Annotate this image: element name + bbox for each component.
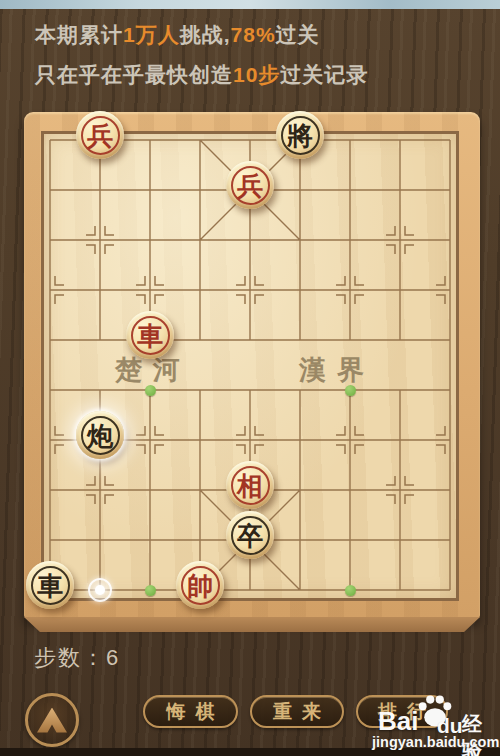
banner-segment: 过关记录 <box>280 63 368 86</box>
piece-red-elephant[interactable]: 相 <box>226 461 274 509</box>
game-screen: 本期累计1万人挑战,78%过关 只在乎在乎最快创造10步过关记录 楚河 漢界 兵… <box>0 0 500 756</box>
piece-character: 將 <box>287 123 313 149</box>
piece-red-general[interactable]: 帥 <box>176 561 224 609</box>
piece-black-chariot[interactable]: 車 <box>26 561 74 609</box>
board-panel-bevel <box>24 617 480 632</box>
piece-character: 車 <box>37 573 63 599</box>
banner-segment: 10步 <box>233 63 280 86</box>
baidu-watermark: Bai du 经验 jingyan.baidu.com <box>370 690 498 752</box>
banner-segment: 本期累计 <box>35 23 123 46</box>
piece-character: 兵 <box>87 123 113 149</box>
piece-character: 相 <box>237 473 263 499</box>
piece-red-chariot[interactable]: 車 <box>126 311 174 359</box>
banner-segment: 1万人 <box>123 23 180 46</box>
restart-button[interactable]: 重来 <box>250 695 344 728</box>
collapse-button[interactable] <box>25 693 79 747</box>
top-edge-strip <box>0 0 500 9</box>
piece-character: 卒 <box>237 523 263 549</box>
piece-character: 帥 <box>187 573 213 599</box>
piece-black-cannon[interactable]: 炮 <box>76 411 124 459</box>
watermark-url: jingyan.baidu.com <box>372 734 499 750</box>
banner-segment: 挑战, <box>180 23 231 46</box>
banner-segment: 过关 <box>276 23 320 46</box>
piece-character: 車 <box>137 323 163 349</box>
piece-black-general[interactable]: 將 <box>276 111 324 159</box>
banner-segment: 只在乎在乎最快创造 <box>35 63 233 86</box>
up-arrow-icon <box>37 708 67 733</box>
piece-red-soldier[interactable]: 兵 <box>226 161 274 209</box>
banner-line-2: 只在乎在乎最快创造10步过关记录 <box>35 61 368 89</box>
undo-button[interactable]: 悔棋 <box>143 695 238 728</box>
piece-character: 兵 <box>237 173 263 199</box>
watermark-bai: Bai <box>378 706 418 737</box>
piece-character: 炮 <box>87 423 113 449</box>
river-label-hanjie: 漢界 <box>292 352 382 388</box>
banner-line-1: 本期累计1万人挑战,78%过关 <box>35 21 320 49</box>
piece-black-soldier[interactable]: 卒 <box>226 511 274 559</box>
step-counter: 步数：6 <box>34 643 120 673</box>
piece-red-soldier[interactable]: 兵 <box>76 111 124 159</box>
banner-segment: 78% <box>231 23 276 46</box>
